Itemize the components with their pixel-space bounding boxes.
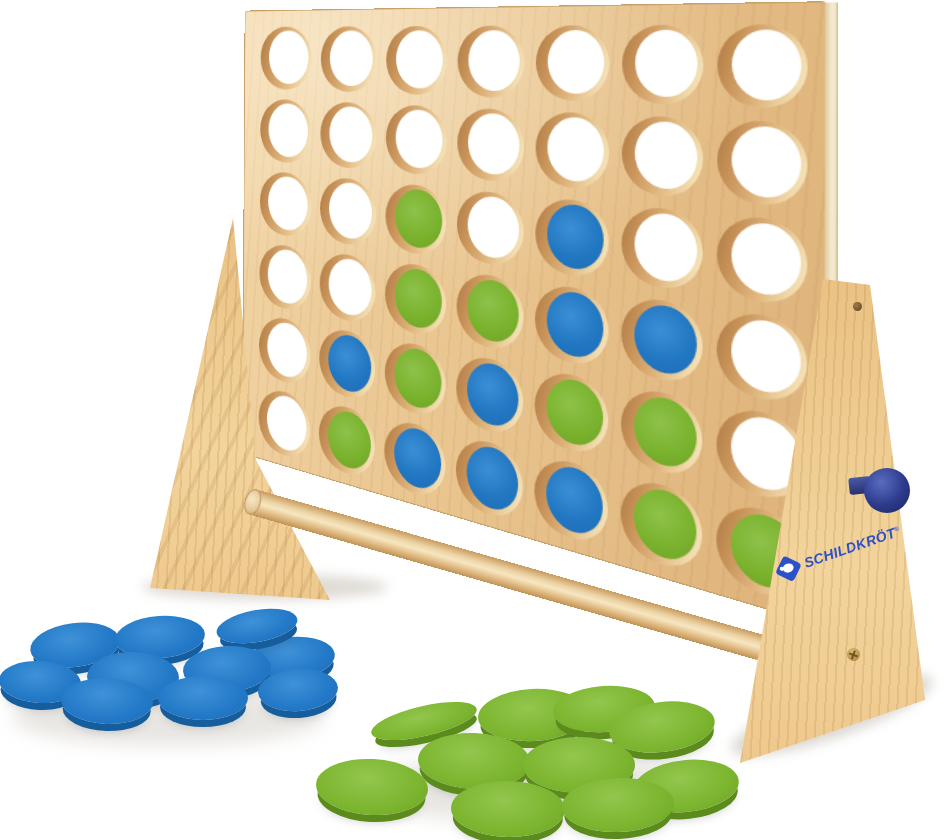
cell-r6c1[interactable] (254, 380, 314, 469)
cell-r2c3[interactable] (381, 99, 452, 183)
blue-disc-in-hole (456, 352, 523, 439)
cell-r6c4[interactable] (450, 427, 528, 531)
empty-hole (717, 308, 807, 407)
blue-disc-in-hole (319, 325, 375, 403)
cell-r3c6[interactable] (615, 198, 710, 301)
cell-r4c4[interactable] (451, 264, 529, 360)
hole-center (396, 30, 443, 89)
hole-center (268, 247, 308, 307)
hole-center (268, 175, 308, 233)
hole-center (635, 211, 698, 286)
hole-center (329, 181, 372, 242)
hole-center (468, 30, 520, 92)
hole-center (467, 359, 519, 431)
hole-center (732, 30, 802, 102)
cell-r2c4[interactable] (452, 102, 530, 190)
empty-hole (717, 214, 807, 308)
cell-r2c5[interactable] (530, 105, 616, 198)
hole-center (546, 375, 603, 451)
hole-center (268, 103, 308, 159)
blue-disc-in-hole (535, 282, 609, 370)
hole-center (267, 392, 307, 456)
empty-hole (386, 104, 447, 177)
hole-center (731, 220, 801, 299)
empty-hole (457, 107, 524, 183)
cell-r4c2[interactable] (315, 245, 380, 332)
cell-r3c1[interactable] (256, 165, 316, 245)
empty-hole (259, 386, 311, 463)
blue-disc-in-hole (384, 417, 445, 502)
empty-hole (321, 26, 377, 93)
green-disc-in-hole (535, 368, 609, 460)
hole-center (635, 30, 698, 98)
green-disc-in-hole (385, 260, 446, 339)
empty-hole (622, 115, 703, 200)
hole-center (634, 301, 697, 379)
empty-hole (622, 25, 703, 106)
cell-r1c1[interactable] (256, 21, 316, 95)
hole-center (329, 256, 372, 319)
cell-r3c7[interactable] (710, 207, 816, 316)
hole-center (267, 319, 307, 381)
cell-r2c2[interactable] (316, 96, 381, 176)
empty-hole (458, 26, 525, 99)
cell-r2c7[interactable] (710, 112, 815, 216)
hole-center (467, 277, 519, 347)
cell-r1c4[interactable] (452, 20, 530, 105)
hole-center (394, 344, 441, 412)
hole-center (546, 461, 603, 540)
cell-r4c3[interactable] (380, 254, 451, 346)
cell-r1c6[interactable] (616, 18, 711, 112)
cell-r4c5[interactable] (529, 275, 615, 377)
empty-hole (320, 101, 376, 171)
empty-hole (320, 176, 376, 248)
hole-center (547, 116, 604, 184)
hole-center (329, 106, 372, 164)
hole-center (330, 30, 373, 86)
empty-hole (259, 314, 311, 388)
cell-r6c2[interactable] (314, 394, 379, 488)
hole-center (396, 109, 443, 170)
cell-r3c3[interactable] (380, 176, 451, 264)
green-disc-in-hole (385, 182, 446, 258)
cell-r6c3[interactable] (379, 410, 450, 509)
hole-center (269, 31, 309, 85)
green-disc-in-hole (385, 338, 446, 420)
empty-hole (536, 25, 610, 102)
cell-r3c4[interactable] (451, 183, 529, 275)
hole-center (547, 288, 604, 361)
hole-center (328, 407, 371, 474)
empty-hole (261, 27, 313, 91)
product-photo: SCHILDKRÖT® (0, 0, 945, 840)
empty-hole (386, 26, 447, 96)
blue-disc-in-hole (456, 434, 523, 524)
blue-disc[interactable] (158, 676, 248, 720)
cell-r1c5[interactable] (530, 19, 616, 108)
hole-center (394, 423, 441, 494)
cell-r2c6[interactable] (615, 108, 710, 206)
cell-r3c2[interactable] (315, 170, 380, 254)
hole-center (467, 441, 519, 516)
green-disc[interactable] (451, 780, 566, 838)
hole-center (547, 202, 604, 272)
screw-top (853, 302, 862, 311)
hole-center (468, 194, 520, 261)
hole-center (328, 331, 371, 396)
cell-r3c5[interactable] (529, 190, 615, 287)
release-knob[interactable] (864, 468, 910, 513)
empty-hole (260, 170, 312, 239)
green-disc-in-hole (621, 385, 702, 482)
cell-r4c1[interactable] (255, 236, 315, 319)
hole-center (395, 187, 442, 251)
empty-hole (717, 24, 807, 110)
hole-center (395, 266, 442, 332)
green-disc-in-hole (621, 475, 703, 577)
hole-center (548, 30, 605, 95)
hole-center (732, 125, 802, 200)
blue-disc-in-hole (621, 294, 702, 387)
hole-center (635, 120, 698, 191)
empty-hole (621, 205, 702, 294)
green-disc-in-hole (456, 271, 523, 354)
blue-disc-in-hole (535, 196, 609, 280)
cell-r1c3[interactable] (381, 20, 452, 101)
empty-hole (535, 111, 609, 191)
empty-hole (259, 242, 311, 314)
hole-center (634, 392, 697, 473)
hole-center (634, 483, 697, 567)
cell-r2c1[interactable] (256, 93, 316, 170)
cell-r1c2[interactable] (316, 21, 381, 99)
empty-hole (320, 251, 376, 326)
empty-hole (260, 98, 312, 165)
cell-r1c7[interactable] (710, 17, 815, 116)
empty-hole (457, 189, 524, 269)
empty-hole (717, 119, 807, 209)
hole-center (731, 316, 801, 399)
green-disc-in-hole (319, 400, 375, 481)
blue-disc-in-hole (534, 453, 608, 549)
hole-center (468, 112, 520, 176)
